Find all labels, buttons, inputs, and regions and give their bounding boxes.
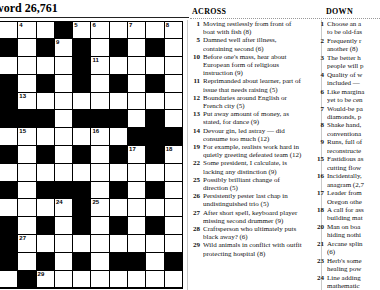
clue-line: hiding nothi (327, 231, 380, 239)
clue-line: Arcane splin (327, 240, 380, 248)
grid-cell (146, 110, 163, 127)
grid-cell[interactable] (18, 146, 35, 163)
clue-line: Put away amount of money, as (203, 110, 318, 118)
grid-cell (110, 182, 127, 199)
grid-cell[interactable] (110, 199, 127, 216)
clue-item: 16Incidentally,anagram (2,7 (314, 172, 380, 189)
clue-item: 8Shake hand,conventiona (314, 121, 380, 138)
grid-cell[interactable] (110, 128, 127, 145)
clue-item: 1Choose an ato be old-fas (314, 20, 380, 37)
grid-cell (55, 182, 72, 199)
clue-number: 1 (190, 20, 200, 28)
across-header: ACROSS (192, 7, 226, 16)
clue-line: Incidentally, (327, 172, 380, 180)
clue-line: Frequently r (327, 37, 380, 45)
grid-cell (0, 235, 17, 252)
clue-text: After short spell, keyboard playermissin… (203, 209, 318, 225)
grid-cell[interactable] (146, 199, 163, 216)
grid-cell[interactable] (128, 199, 145, 216)
grid-cell[interactable] (0, 271, 17, 288)
grid-cell[interactable] (0, 128, 17, 145)
clue-number: 5 (190, 36, 200, 44)
grid-cell[interactable] (73, 164, 90, 181)
grid-cell[interactable] (146, 271, 163, 288)
clue-text: Frequently ranother (8) (327, 37, 380, 54)
clue-text: Boundaries around English orFrench city … (203, 94, 318, 110)
clue-number: 27 (190, 209, 200, 217)
grid-cell[interactable] (128, 57, 145, 74)
clue-number: 24 (314, 274, 324, 282)
grid-cell[interactable] (165, 57, 182, 74)
grid-cell (110, 253, 127, 270)
grid-cell[interactable] (165, 164, 182, 181)
clue-number: 17 (314, 189, 324, 197)
clue-text: Quality of wincluded — (327, 71, 380, 88)
clue-text: Craftsperson who ultimately putsblack aw… (203, 225, 318, 241)
clue-number: 29 (190, 241, 200, 249)
grid-cell[interactable]: 6 (91, 22, 108, 39)
grid-cell (37, 110, 54, 127)
clue-number: 9 (314, 138, 324, 146)
clue-text: Before one's mass, hear aboutEuropean fo… (203, 53, 318, 78)
grid-cell[interactable] (110, 164, 127, 181)
clue-line: Damned well after illness, (203, 36, 318, 44)
grid-cell[interactable] (37, 93, 54, 110)
clue-line: Man on boa (327, 223, 380, 231)
grid-cell[interactable]: 9 (55, 39, 72, 56)
grid-cell (146, 39, 163, 56)
grid-cell[interactable]: 13 (18, 93, 35, 110)
grid-cell (73, 199, 90, 216)
grid-cell (91, 110, 108, 127)
grid-cell[interactable] (37, 164, 54, 181)
grid-cell (146, 146, 163, 163)
grid-cell[interactable] (73, 128, 90, 145)
grid-cell[interactable] (0, 57, 17, 74)
clue-line: Line adding (327, 274, 380, 282)
grid-cell[interactable] (128, 217, 145, 234)
clue-text: Persistently pester last chap inundistin… (203, 192, 318, 208)
grid-cell[interactable] (165, 235, 182, 252)
cell-number: 4 (19, 22, 22, 29)
grid-cell[interactable] (110, 57, 127, 74)
clue-text: Put away amount of money, asstated, for … (203, 110, 318, 126)
grid-cell (165, 128, 182, 145)
grid-cell[interactable] (37, 235, 54, 252)
clue-number: 21 (314, 240, 324, 248)
grid-cell[interactable] (165, 110, 182, 127)
clue-line: to be old-fas (327, 28, 380, 36)
clue-text: Some president, I calculate, islacking a… (203, 159, 318, 175)
grid-cell (110, 146, 127, 163)
clue-item: 13Put away amount of money, asstated, fo… (190, 110, 318, 126)
clue-line: anagram (2,7 (327, 181, 380, 189)
grid-cell (165, 253, 182, 270)
grid-cell[interactable] (91, 39, 108, 56)
clue-item: 22Some president, I calculate, islacking… (190, 159, 318, 175)
clue-text: Devour gin, led astray — didconsume too … (203, 127, 318, 143)
clue-text: Runs, full ofreconstructe (327, 138, 380, 155)
clue-line: instruction (9) (203, 69, 318, 77)
clue-number: 26 (190, 192, 200, 200)
grid-cell (0, 217, 17, 234)
grid-cell[interactable] (128, 110, 145, 127)
grid-cell[interactable] (110, 235, 127, 252)
clue-line: yet to be cen (327, 96, 380, 104)
grid-cell[interactable] (165, 182, 182, 199)
clue-item: 25Possibly brilliant change ofdirection … (190, 176, 318, 192)
clue-line: healing pow (327, 265, 380, 273)
clue-number: 7 (314, 105, 324, 113)
clue-item: 18A call for assbuilding mat (314, 206, 380, 223)
grid-cell (18, 110, 35, 127)
grid-cell[interactable] (165, 271, 182, 288)
clue-line: containing second (6) (203, 45, 318, 53)
cell-number: 8 (166, 22, 169, 29)
clue-line: Runs, full of (327, 138, 380, 146)
cell-number: 11 (92, 57, 98, 64)
clue-number: 23 (314, 257, 324, 265)
clue-line: undistinguished trio (5) (203, 200, 318, 208)
clue-item: 17Leader fromOregon othe (314, 189, 380, 206)
grid-cell[interactable] (165, 199, 182, 216)
clue-text: Wild animals in conflict with outfitprot… (203, 241, 318, 257)
grid-cell[interactable]: 4 (18, 22, 35, 39)
clue-item: 14Devour gin, led astray — didconsume to… (190, 127, 318, 143)
grid-cell[interactable] (91, 253, 108, 270)
clue-number: 13 (190, 110, 200, 118)
grid-cell (0, 39, 17, 56)
clue-text: Damned well after illness,containing sec… (203, 36, 318, 52)
clue-line: Boundaries around English or (203, 94, 318, 102)
clue-number: 11 (190, 77, 200, 85)
grid-cell[interactable]: 15 (18, 128, 35, 145)
clue-line: issue that needs raising (5) (203, 86, 318, 94)
down-clue-list: 1Choose an ato be old-fas2Frequently ran… (314, 20, 380, 290)
grid-cell[interactable] (91, 75, 108, 92)
grid-cell[interactable] (146, 164, 163, 181)
cell-number: 13 (19, 93, 26, 100)
clue-line: Devour gin, led astray — did (203, 127, 318, 135)
down-header: DOWN (326, 7, 353, 16)
clue-line: conventiona (327, 130, 380, 138)
grid-cell[interactable] (165, 39, 182, 56)
clue-item: 21Arcane splin(6) (314, 240, 380, 257)
grid-cell (73, 182, 90, 199)
grid-cell[interactable] (55, 235, 72, 252)
clue-item: 28Craftsperson who ultimately putsblack … (190, 225, 318, 241)
page-title: word 26,761 (0, 1, 58, 16)
clue-line: missing second drummer (9) (203, 217, 318, 225)
clue-line: building mat (327, 214, 380, 222)
clue-text: For example, realists work hard inquietl… (203, 143, 318, 159)
clue-text: Arcane splin(6) (327, 240, 380, 257)
clue-text: The better hpeople will p (327, 54, 380, 71)
grid-cell[interactable] (0, 164, 17, 181)
clue-item: 20Man on boahiding nothi (314, 223, 380, 240)
cell-number: 15 (19, 128, 26, 135)
grid-cell[interactable] (128, 235, 145, 252)
clue-line: Before one's mass, hear about (203, 53, 318, 61)
clue-line: included — (327, 79, 380, 87)
grid-cell[interactable] (128, 75, 145, 92)
clue-text: Shake hand,conventiona (327, 121, 380, 138)
grid-cell[interactable]: 16 (91, 128, 108, 145)
grid-cell (18, 271, 35, 288)
clue-item: 9Runs, full ofreconstructe (314, 138, 380, 155)
cell-number: 5 (74, 22, 77, 29)
grid-cell (128, 253, 145, 270)
grid-cell[interactable] (91, 93, 108, 110)
clue-line: reconstructe (327, 147, 380, 155)
clue-line: boat with fish (8) (203, 28, 318, 36)
grid-cell[interactable] (55, 146, 72, 163)
clue-item: 3The better hpeople will p (314, 54, 380, 71)
grid-cell (37, 217, 54, 234)
clue-item: 29Wild animals in conflict with outfitpr… (190, 241, 318, 257)
clue-item: 4Quality of wincluded — (314, 71, 380, 88)
clue-line: Persistently pester last chap in (203, 192, 318, 200)
grid-cell[interactable] (55, 75, 72, 92)
grid-cell[interactable] (18, 39, 35, 56)
grid-cell[interactable] (91, 217, 108, 234)
cell-number: 29 (38, 271, 45, 278)
grid-cell (73, 110, 90, 127)
grid-cell[interactable] (128, 164, 145, 181)
grid-cell[interactable] (165, 217, 182, 234)
grid-cell[interactable] (128, 182, 145, 199)
clue-item: 12Boundaries around English orFrench cit… (190, 94, 318, 110)
clue-line: mathematic (327, 282, 380, 290)
clue-number: 10 (190, 53, 200, 61)
grid-cell[interactable]: 27 (18, 235, 35, 252)
grid-cell[interactable]: 29 (37, 271, 54, 288)
grid-cell[interactable] (18, 217, 35, 234)
clue-item: 26Persistently pester last chap inundist… (190, 192, 318, 208)
grid-cell (0, 253, 17, 270)
grid-cell (37, 39, 54, 56)
grid-cell[interactable] (18, 164, 35, 181)
clue-line: European form of religious (203, 61, 318, 69)
clue-item: 11Reprimanded about learner, part ofissu… (190, 77, 318, 93)
clue-item: 1Moving restlessly from front ofboat wit… (190, 20, 318, 36)
clue-line: The better h (327, 54, 380, 62)
clue-number: 28 (190, 225, 200, 233)
clue-number: 1 (314, 20, 324, 28)
clue-item: 5Damned well after illness,containing se… (190, 36, 318, 52)
cell-number: 9 (56, 39, 59, 46)
grid-cell[interactable] (91, 146, 108, 163)
grid-cell (146, 75, 163, 92)
clue-item: 7Would-be padiamonds, p (314, 105, 380, 122)
grid-cell[interactable] (37, 22, 54, 39)
grid-cell (146, 128, 163, 145)
grid-cell[interactable]: 11 (91, 57, 108, 74)
grid-cell[interactable] (73, 93, 90, 110)
column-divider (187, 20, 188, 290)
grid-cell[interactable]: 5 (73, 22, 90, 39)
clue-line: people will p (327, 62, 380, 70)
clue-line: Oregon othe (327, 198, 380, 206)
grid-cell[interactable]: 25 (91, 199, 108, 216)
clue-line: Moving restlessly from front of (203, 20, 318, 28)
clue-text: Fastidious ascutting flow (327, 155, 380, 172)
clue-text: Moving restlessly from front ofboat with… (203, 20, 318, 36)
cell-number: 16 (92, 128, 99, 135)
grid-cell[interactable] (55, 93, 72, 110)
clue-line: Fastidious as (327, 155, 380, 163)
clue-text: Possibly brilliant change ofdirection (5… (203, 176, 318, 192)
clue-number: 12 (190, 94, 200, 102)
grid-cell[interactable]: 24 (55, 199, 72, 216)
grid-cell[interactable] (128, 39, 145, 56)
grid-cell[interactable] (128, 271, 145, 288)
clue-line: direction (5) (203, 184, 318, 192)
clue-line: quietly greeting defeated team (12) (203, 151, 318, 159)
grid-cell (146, 182, 163, 199)
clue-item: 2Frequently ranother (8) (314, 37, 380, 54)
clue-text: Would-be padiamonds, p (327, 105, 380, 122)
clue-text: A call for assbuilding mat (327, 206, 380, 223)
grid-cell[interactable] (55, 128, 72, 145)
grid-cell[interactable]: 17 (128, 146, 145, 163)
clue-line: French city (5) (203, 102, 318, 110)
grid-cell[interactable]: 8 (165, 22, 182, 39)
clue-line: Shake hand, (327, 121, 380, 129)
grid-cell (37, 253, 54, 270)
grid-cell[interactable] (110, 271, 127, 288)
grid-cell[interactable] (55, 271, 72, 288)
clue-line: Like margina (327, 88, 380, 96)
cell-number: 18 (166, 146, 173, 153)
clue-number: 16 (314, 172, 324, 180)
grid-cell[interactable] (91, 235, 108, 252)
clue-line: another (8) (327, 45, 380, 53)
clue-line: black away? (6) (203, 233, 318, 241)
clue-number: 8 (314, 121, 324, 129)
grid-cell (73, 253, 90, 270)
grid-cell[interactable] (73, 235, 90, 252)
grid-cell[interactable] (37, 128, 54, 145)
clue-number: 22 (190, 159, 200, 167)
grid-cell (110, 217, 127, 234)
grid-cell (0, 93, 17, 110)
grid-cell[interactable] (146, 93, 163, 110)
clue-number: 6 (314, 88, 324, 96)
grid-cell[interactable] (18, 199, 35, 216)
clue-line: Quality of w (327, 71, 380, 79)
grid-cell[interactable] (91, 271, 108, 288)
clue-number: 20 (314, 223, 324, 231)
clue-number: 15 (314, 155, 324, 163)
clue-line: A call for ass (327, 206, 380, 214)
clue-line: protecting hospital (8) (203, 250, 318, 258)
grid-cell[interactable] (110, 22, 127, 39)
grid-cell[interactable] (18, 57, 35, 74)
clue-line: Herb's some (327, 257, 380, 265)
grid-cell[interactable] (91, 182, 108, 199)
grid-cell (0, 75, 17, 92)
grid-cell[interactable] (128, 93, 145, 110)
clue-text: Line addingmathematic (327, 274, 380, 290)
clue-number: 2 (314, 37, 324, 45)
clue-line: Craftsperson who ultimately puts (203, 225, 318, 233)
title-rule (0, 17, 189, 18)
clue-item: 6Like marginayet to be cen (314, 88, 380, 105)
clue-item: 10Before one's mass, hear aboutEuropean … (190, 53, 318, 78)
crossword-grid: 45678911131516171824252729 (0, 21, 183, 289)
grid-cell[interactable] (55, 217, 72, 234)
grid-cell[interactable] (55, 57, 72, 74)
grid-cell[interactable] (18, 75, 35, 92)
grid-cell[interactable] (55, 253, 72, 270)
clue-text: Choose an ato be old-fas (327, 20, 380, 37)
grid-cell (55, 22, 72, 39)
grid-cell[interactable] (0, 199, 17, 216)
grid-cell[interactable] (18, 182, 35, 199)
grid-cell[interactable] (146, 253, 163, 270)
clue-text: Like marginayet to be cen (327, 88, 380, 105)
grid-cell[interactable] (146, 235, 163, 252)
clue-item: 23Herb's somehealing pow (314, 257, 380, 274)
grid-cell[interactable]: 18 (165, 146, 182, 163)
clue-text: Herb's somehealing pow (327, 257, 380, 274)
clue-number: 3 (314, 54, 324, 62)
grid-cell (73, 146, 90, 163)
grid-cell[interactable] (165, 75, 182, 92)
grid-cell[interactable] (55, 164, 72, 181)
grid-cell (37, 146, 54, 163)
grid-cell[interactable] (91, 164, 108, 181)
grid-cell[interactable] (18, 253, 35, 270)
grid-cell[interactable] (55, 110, 72, 127)
grid-cell (37, 182, 54, 199)
grid-cell (73, 57, 90, 74)
clue-number: 4 (314, 71, 324, 79)
grid-cell[interactable] (110, 93, 127, 110)
grid-cell[interactable] (165, 93, 182, 110)
clue-line: Possibly brilliant change of (203, 176, 318, 184)
grid-cell[interactable] (37, 199, 54, 216)
grid-cell (110, 75, 127, 92)
clue-line: For example, realists work hard in (203, 143, 318, 151)
clue-line: Some president, I calculate, is (203, 159, 318, 167)
grid-cell[interactable] (73, 271, 90, 288)
clue-item: 15Fastidious ascutting flow (314, 155, 380, 172)
grid-cell[interactable]: 7 (128, 22, 145, 39)
cell-number: 25 (92, 199, 99, 206)
clue-line: (6) (327, 248, 380, 256)
cell-number: 6 (92, 22, 95, 29)
clue-line: Wild animals in conflict with outfit (203, 241, 318, 249)
grid-cell[interactable] (146, 57, 163, 74)
grid-cell[interactable] (146, 22, 163, 39)
cell-number: 27 (19, 235, 26, 242)
grid-cell (0, 146, 17, 163)
clue-line: Reprimanded about learner, part of (203, 77, 318, 85)
cell-number: 24 (56, 199, 63, 206)
clue-line: Leader from (327, 189, 380, 197)
grid-cell[interactable] (0, 22, 17, 39)
clue-line: Would-be pa (327, 105, 380, 113)
clue-line: cutting flow (327, 164, 380, 172)
clue-line: Choose an a (327, 20, 380, 28)
grid-cell[interactable] (37, 57, 54, 74)
cell-number: 7 (129, 22, 132, 29)
header-rule (190, 18, 380, 19)
grid-cell (73, 75, 90, 92)
clue-line: lacking any distinction (9) (203, 168, 318, 176)
